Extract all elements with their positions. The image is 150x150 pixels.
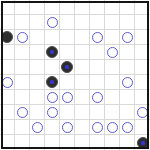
white-pearl [47,107,58,118]
cell[interactable] [15,120,30,135]
cell[interactable] [90,120,105,135]
cell[interactable] [135,0,150,15]
black-pearl [61,61,73,73]
cell[interactable] [90,135,105,150]
cell[interactable] [15,90,30,105]
black-pearl [1,31,13,43]
cell[interactable] [105,0,120,15]
cell[interactable] [135,135,150,150]
cell[interactable] [15,45,30,60]
cell[interactable] [45,30,60,45]
cell[interactable] [15,0,30,15]
cell[interactable] [30,90,45,105]
white-pearl [107,122,118,133]
masyu-board [0,0,150,150]
cell[interactable] [75,105,90,120]
white-pearl [137,107,148,118]
cell[interactable] [120,120,135,135]
cell[interactable] [75,0,90,15]
white-pearl [92,122,103,133]
cell[interactable] [15,30,30,45]
black-pearl [46,76,58,88]
cell[interactable] [75,60,90,75]
cell[interactable] [0,15,15,30]
cell[interactable] [60,45,75,60]
cell[interactable] [75,15,90,30]
cell[interactable] [30,120,45,135]
cell[interactable] [0,135,15,150]
cell[interactable] [120,0,135,15]
cell[interactable] [120,60,135,75]
cell[interactable] [75,120,90,135]
cell[interactable] [90,75,105,90]
cell[interactable] [120,75,135,90]
cell[interactable] [75,135,90,150]
pearl-center-dot [50,50,54,54]
cell[interactable] [105,135,120,150]
cell[interactable] [135,90,150,105]
cell[interactable] [135,75,150,90]
cell[interactable] [45,0,60,15]
cell[interactable] [120,30,135,45]
cell[interactable] [60,90,75,105]
cell[interactable] [0,75,15,90]
cell[interactable] [0,105,15,120]
cell[interactable] [105,60,120,75]
white-pearl [92,92,103,103]
pearl-center-dot [141,141,145,145]
white-pearl [47,92,58,103]
cell[interactable] [90,45,105,60]
white-pearl [62,92,73,103]
cell[interactable] [0,90,15,105]
black-pearl [137,137,149,149]
cell[interactable] [90,60,105,75]
cell[interactable] [60,105,75,120]
cell[interactable] [45,105,60,120]
cell[interactable] [45,90,60,105]
white-pearl [122,77,133,88]
cell[interactable] [30,60,45,75]
cell[interactable] [45,60,60,75]
cell[interactable] [0,60,15,75]
cell[interactable] [15,105,30,120]
cell[interactable] [135,60,150,75]
white-pearl [122,122,133,133]
cell[interactable] [90,90,105,105]
white-pearl [47,17,58,28]
cell[interactable] [30,75,45,90]
cell[interactable] [30,0,45,15]
cell[interactable] [45,120,60,135]
cell[interactable] [75,90,90,105]
cell[interactable] [0,30,15,45]
white-pearl [122,32,133,43]
cell[interactable] [105,90,120,105]
white-pearl [32,122,43,133]
cell[interactable] [30,105,45,120]
cell[interactable] [15,60,30,75]
white-pearl [92,32,103,43]
cell[interactable] [30,30,45,45]
board-grid [0,0,150,150]
cell[interactable] [135,30,150,45]
cell[interactable] [105,30,120,45]
cell[interactable] [75,45,90,60]
cell[interactable] [45,135,60,150]
cell[interactable] [75,75,90,90]
cell[interactable] [0,120,15,135]
cell[interactable] [15,135,30,150]
cell[interactable] [135,15,150,30]
cell[interactable] [30,45,45,60]
cell[interactable] [90,30,105,45]
cell[interactable] [60,0,75,15]
cell[interactable] [135,45,150,60]
cell[interactable] [0,45,15,60]
cell[interactable] [120,15,135,30]
cell[interactable] [45,75,60,90]
cell[interactable] [60,15,75,30]
cell[interactable] [105,45,120,60]
cell[interactable] [90,0,105,15]
cell[interactable] [15,15,30,30]
cell[interactable] [135,105,150,120]
pearl-center-dot [65,65,69,69]
cell[interactable] [30,135,45,150]
white-pearl [2,77,13,88]
white-pearl [62,122,73,133]
cell[interactable] [105,120,120,135]
cell[interactable] [0,0,15,15]
cell[interactable] [60,60,75,75]
white-pearl [107,47,118,58]
cell[interactable] [60,75,75,90]
cell[interactable] [135,120,150,135]
cell[interactable] [120,90,135,105]
cell[interactable] [45,45,60,60]
cell[interactable] [90,15,105,30]
cell[interactable] [30,15,45,30]
cell[interactable] [120,45,135,60]
black-pearl [46,46,58,58]
white-pearl [17,32,28,43]
cell[interactable] [105,75,120,90]
cell[interactable] [60,120,75,135]
cell[interactable] [105,15,120,30]
cell[interactable] [45,15,60,30]
cell[interactable] [75,30,90,45]
cell[interactable] [90,105,105,120]
pearl-center-dot [50,80,54,84]
cell[interactable] [60,30,75,45]
cell[interactable] [60,135,75,150]
cell[interactable] [15,75,30,90]
white-pearl [17,107,28,118]
cell[interactable] [105,105,120,120]
cell[interactable] [120,135,135,150]
cell[interactable] [120,105,135,120]
